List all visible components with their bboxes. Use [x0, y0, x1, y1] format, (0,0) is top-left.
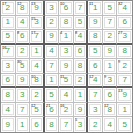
digit-r3c8: 2: [103, 30, 117, 43]
cage-sum-r1c2: 12: [17, 1, 21, 6]
digit-r9c1: 9: [1, 117, 15, 132]
digit-r3c7: 8: [88, 30, 102, 43]
cell-r9c7[interactable]: 2: [88, 117, 103, 132]
digit-r4c3: 1: [30, 45, 43, 59]
cage-sum-r1c5: 10: [60, 1, 64, 6]
cell-r2c1[interactable]: 1: [1, 16, 16, 31]
cell-r7c1[interactable]: 8: [1, 88, 16, 103]
cell-r6c1[interactable]: 6: [1, 74, 16, 89]
cage-sum-r8c4: 21: [46, 103, 50, 108]
digit-r6c4: 1: [45, 74, 59, 87]
cage-sum-r3c5: 4: [60, 30, 62, 35]
digit-r1c6: 7: [74, 1, 87, 15]
digit-r4c6: 6: [74, 45, 87, 59]
digit-r5c8: 1: [103, 59, 117, 73]
cell-r6c8[interactable]: 93: [103, 74, 118, 89]
cell-r4c7[interactable]: 5: [88, 45, 103, 60]
cell-r8c8[interactable]: 128: [103, 103, 118, 118]
digit-r9c3: 6: [30, 117, 43, 132]
cell-r1c8[interactable]: 5: [103, 1, 118, 16]
digit-r2c8: 7: [103, 16, 117, 30]
cage-sum-r5c2: 30: [17, 59, 21, 64]
digit-r6c1: 6: [1, 74, 15, 87]
cell-r8c1[interactable]: 4: [1, 103, 16, 118]
cell-r2c8[interactable]: 7: [103, 16, 118, 31]
digit-r4c9: 8: [117, 45, 132, 59]
digit-r2c2: 4: [16, 16, 30, 30]
cage-sum-r3c2: 8: [17, 30, 19, 35]
digit-r5c3: 4: [30, 59, 43, 73]
digit-r8c7: 3: [88, 103, 102, 117]
digit-r5c4: 7: [45, 59, 59, 73]
cell-r2c7[interactable]: 9: [88, 16, 103, 31]
digit-r7c3: 2: [30, 88, 43, 102]
cage-sum-r6c7: 12: [89, 74, 93, 79]
cell-r3c4[interactable]: 9: [45, 30, 60, 45]
cell-r3c9[interactable]: 273: [117, 30, 132, 45]
digit-r7c4: 5: [45, 88, 59, 102]
digit-r7c6: 1: [74, 88, 87, 102]
cell-r3c1[interactable]: 5: [1, 30, 16, 45]
cell-r6c3[interactable]: 108: [30, 74, 45, 89]
digit-r7c5: 4: [59, 88, 73, 102]
digit-r8c1: 4: [1, 103, 15, 117]
cell-r9c9[interactable]: 5: [117, 117, 132, 132]
cell-r9c4[interactable]: 8: [45, 117, 60, 132]
cell-r5c2[interactable]: 305: [16, 59, 31, 74]
digit-r7c8: 6: [103, 88, 117, 102]
digit-r2c4: 2: [45, 16, 59, 30]
cage-sum-r1c1: 17: [2, 1, 6, 6]
cell-r7c8[interactable]: 6: [103, 88, 118, 103]
cell-r7c4[interactable]: 5: [45, 88, 60, 103]
digit-r4c2: 2: [16, 45, 30, 59]
cell-r8c2[interactable]: 7: [16, 103, 31, 118]
cell-r9c3[interactable]: 6: [30, 117, 45, 132]
cage-sum-r8c3: 12: [31, 103, 35, 108]
cell-r3c3[interactable]: 177: [30, 30, 45, 45]
digit-r2c7: 9: [88, 16, 102, 30]
digit-r3c1: 5: [1, 30, 15, 43]
digit-r9c4: 8: [45, 117, 59, 132]
digit-r5c7: 6: [88, 59, 102, 73]
digit-r8c6: 9: [74, 103, 87, 117]
digit-r2c6: 5: [74, 16, 87, 30]
cell-r5c9[interactable]: 92: [117, 59, 132, 74]
digit-r1c8: 5: [103, 1, 117, 15]
cell-r3c7[interactable]: 8: [88, 30, 103, 45]
cell-r7c2[interactable]: 3: [16, 88, 31, 103]
cell-r6c2[interactable]: 9: [16, 74, 31, 89]
cell-r8c9[interactable]: 1: [117, 103, 132, 118]
digit-r1c4: 3: [45, 1, 59, 15]
cell-r9c1[interactable]: 9: [1, 117, 16, 132]
digit-r2c1: 1: [1, 16, 15, 30]
digit-r4c8: 9: [103, 45, 117, 59]
cell-r9c5[interactable]: 7: [59, 117, 74, 132]
cell-r2c5[interactable]: 8: [59, 16, 74, 31]
cell-r4c9[interactable]: 8: [117, 45, 132, 60]
digit-r9c8: 4: [103, 117, 117, 132]
cell-r2c3[interactable]: 153: [30, 16, 45, 31]
digit-r4c7: 5: [88, 45, 102, 59]
cage-sum-r1c3: 13: [31, 1, 35, 6]
cell-r6c5[interactable]: 115: [59, 74, 74, 89]
cell-r8c4[interactable]: 216: [45, 103, 60, 118]
cell-r2c4[interactable]: 2: [45, 16, 60, 31]
digit-r6c9: 7: [117, 74, 132, 87]
cell-r1c2[interactable]: 128: [16, 1, 31, 16]
digit-r5c1: 3: [1, 59, 15, 73]
cell-r4c4[interactable]: 4: [45, 45, 60, 60]
digit-r2c5: 8: [59, 16, 73, 30]
cell-r6c6[interactable]: 2: [74, 74, 89, 89]
digit-r6c6: 2: [74, 74, 87, 87]
cell-r8c5[interactable]: 162: [59, 103, 74, 118]
digit-r9c9: 5: [117, 117, 132, 132]
digit-r5c6: 8: [74, 59, 87, 73]
digit-r9c2: 1: [16, 117, 30, 132]
cell-r5c5[interactable]: 9: [59, 59, 74, 74]
cell-r8c3[interactable]: 125: [30, 103, 45, 118]
cage-sum-r1c9: 32: [118, 1, 122, 6]
digit-r2c9: 6: [117, 16, 132, 30]
cell-r5c3[interactable]: 4: [30, 59, 45, 74]
cell-r7c3[interactable]: 2: [30, 88, 45, 103]
cell-r1c1[interactable]: 172: [1, 1, 16, 16]
cell-r5c8[interactable]: 1: [103, 59, 118, 74]
cell-r4c6[interactable]: 6: [74, 45, 89, 60]
cage-sum-r1c7: 11: [89, 1, 93, 6]
cell-r8c6[interactable]: 9: [74, 103, 89, 118]
digit-r5c5: 9: [59, 59, 73, 73]
cage-sum-r3c6: 8: [75, 30, 77, 35]
cage-sum-r3c3: 17: [31, 30, 35, 35]
cell-r8c7[interactable]: 3: [88, 103, 103, 118]
cell-r9c6[interactable]: 53: [74, 117, 89, 132]
cage-sum-r8c8: 12: [104, 103, 108, 108]
cell-r2c9[interactable]: 6: [117, 16, 132, 31]
cell-r7c9[interactable]: 139: [117, 88, 132, 103]
cell-r4c2[interactable]: 2: [16, 45, 31, 60]
cell-r5c6[interactable]: 8: [74, 59, 89, 74]
cage-sum-r6c3: 10: [31, 74, 35, 79]
cage-sum-r3c9: 27: [118, 30, 122, 35]
digit-r3c4: 9: [45, 30, 59, 43]
cell-r2c2[interactable]: 4: [16, 16, 31, 31]
killer-sudoku-board: 1721281393106711153241415328597658617794…: [0, 0, 133, 133]
cell-r5c4[interactable]: 7: [45, 59, 60, 74]
digit-r6c2: 9: [16, 74, 30, 87]
cell-r5c1[interactable]: 3: [1, 59, 16, 74]
cell-r7c5[interactable]: 4: [59, 88, 74, 103]
cell-r6c9[interactable]: 7: [117, 74, 132, 89]
digit-r4c4: 4: [45, 45, 59, 59]
cell-r6c4[interactable]: 1: [45, 74, 60, 89]
digit-r7c7: 7: [88, 88, 102, 102]
cell-r4c1[interactable]: 167: [1, 45, 16, 60]
cage-sum-r9c6: 5: [75, 117, 77, 122]
cell-r4c5[interactable]: 3: [59, 45, 74, 60]
cell-r5c7[interactable]: 6: [88, 59, 103, 74]
cage-sum-r7c9: 13: [118, 88, 122, 93]
cell-r4c8[interactable]: 9: [103, 45, 118, 60]
cell-r1c5[interactable]: 106: [59, 1, 74, 16]
cell-r1c7[interactable]: 111: [88, 1, 103, 16]
cell-r3c5[interactable]: 41: [59, 30, 74, 45]
digit-r7c1: 8: [1, 88, 15, 102]
digit-r8c2: 7: [16, 103, 30, 117]
digit-r7c2: 3: [16, 88, 30, 102]
cell-r9c2[interactable]: 1: [16, 117, 31, 132]
cage-sum-r8c5: 16: [60, 103, 64, 108]
digit-r9c5: 7: [59, 117, 73, 132]
digit-r4c5: 3: [59, 45, 73, 59]
cell-r7c6[interactable]: 1: [74, 88, 89, 103]
cage-sum-r6c8: 9: [104, 74, 106, 79]
cell-r1c4[interactable]: 3: [45, 1, 60, 16]
cage-sum-r2c3: 15: [31, 16, 35, 21]
cage-sum-r6c5: 11: [60, 74, 64, 79]
digit-r9c7: 2: [88, 117, 102, 132]
cell-r1c9[interactable]: 324: [117, 1, 132, 16]
cell-r3c2[interactable]: 86: [16, 30, 31, 45]
cell-r3c6[interactable]: 84: [74, 30, 89, 45]
cell-r3c8[interactable]: 2: [103, 30, 118, 45]
cell-r1c6[interactable]: 7: [74, 1, 89, 16]
cell-r9c8[interactable]: 4: [103, 117, 118, 132]
digit-r8c9: 1: [117, 103, 132, 117]
cell-r7c7[interactable]: 7: [88, 88, 103, 103]
cell-r2c6[interactable]: 5: [74, 16, 89, 31]
cell-r6c7[interactable]: 124: [88, 74, 103, 89]
cell-r4c3[interactable]: 1: [30, 45, 45, 60]
cage-sum-r4c1: 16: [2, 45, 6, 50]
cell-r1c3[interactable]: 139: [30, 1, 45, 16]
